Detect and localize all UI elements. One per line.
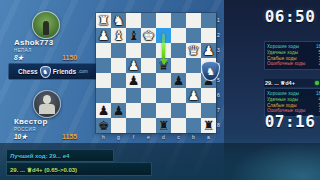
square-c5[interactable]: ♟	[171, 73, 186, 88]
top-player-move-stats: Хорошие ходы18 Удачные ходы5 Слабые ходы…	[264, 41, 320, 70]
last-move-line: 29. ... ♕d4+	[264, 79, 320, 87]
square-h3[interactable]	[96, 43, 111, 58]
square-f8[interactable]	[126, 118, 141, 133]
square-d1[interactable]	[156, 13, 171, 28]
white-queen-b3: ♛	[186, 43, 201, 58]
square-g2[interactable]: ♝	[111, 28, 126, 43]
logo-text-left: Chess	[18, 68, 38, 75]
square-d6[interactable]	[156, 88, 171, 103]
square-e1[interactable]	[141, 13, 156, 28]
top-player-clock: 06:50	[262, 7, 318, 26]
logo-text-right: Friends	[53, 68, 76, 75]
last-move-text: 29. ... ♕d4+	[265, 80, 295, 86]
corner-glow	[230, 140, 320, 180]
best-move-text: Лучший ход: 29... e4	[10, 153, 69, 159]
square-g7[interactable]: ♟	[111, 103, 126, 118]
square-f4[interactable]: ♟	[126, 58, 141, 73]
square-e8[interactable]	[141, 118, 156, 133]
bottom-player-avatar[interactable]	[33, 90, 61, 118]
white-king-e2: ♚	[141, 28, 156, 43]
white-rook-h1: ♜	[96, 13, 111, 28]
square-a8[interactable]: ♜	[201, 118, 216, 133]
square-g5[interactable]	[111, 73, 126, 88]
square-f5[interactable]: ♟	[126, 73, 141, 88]
square-g1[interactable]: ♞	[111, 13, 126, 28]
logo-suffix: .com	[78, 69, 88, 74]
square-b3[interactable]: ♛	[186, 43, 201, 58]
square-h8[interactable]: ♚	[96, 118, 111, 133]
white-bishop-g2: ♝	[111, 28, 126, 43]
file-label-e: e	[141, 134, 156, 141]
square-c6[interactable]	[171, 88, 186, 103]
file-label-c: c	[171, 134, 186, 141]
eval-change-text: 29. ... ♕d4+ (0.65->0.03)	[10, 166, 77, 173]
square-h1[interactable]: ♜	[96, 13, 111, 28]
move-quality-dot	[315, 81, 319, 85]
chess-board[interactable]: ♜♞♟♝♝♚♛♟♟♛♟♟♟♟♟♟♚♜♜	[96, 13, 216, 133]
square-c3[interactable]	[171, 43, 186, 58]
square-a3[interactable]: ♟	[201, 43, 216, 58]
square-e5[interactable]	[141, 73, 156, 88]
white-pawn-a3: ♟	[201, 43, 216, 58]
chessfriends-logo-banner[interactable]: Chess ♞ Friends .com	[8, 63, 98, 80]
white-pawn-f4: ♟	[126, 58, 141, 73]
top-player-name: Ashok773	[14, 38, 53, 47]
top-player-country: НЕПАЛ	[14, 48, 32, 53]
rank-label-8: 8	[217, 118, 225, 133]
square-a2[interactable]	[201, 28, 216, 43]
square-h4[interactable]	[96, 58, 111, 73]
bottom-player-country: РОССИЯ	[14, 127, 36, 132]
square-b5[interactable]	[186, 73, 201, 88]
file-label-d: d	[156, 134, 171, 141]
square-e2[interactable]: ♚	[141, 28, 156, 43]
square-g4[interactable]	[111, 58, 126, 73]
file-label-f: f	[126, 134, 141, 141]
file-label-g: g	[111, 134, 126, 141]
black-pawn-f5: ♟	[126, 73, 141, 88]
eval-change-bar: 29. ... ♕d4+ (0.65->0.03)	[6, 162, 152, 176]
square-d7[interactable]	[156, 103, 171, 118]
square-e3[interactable]	[141, 43, 156, 58]
file-labels: hgfedcba	[96, 134, 216, 141]
top-player-stars: 8★	[14, 54, 23, 62]
square-e7[interactable]	[141, 103, 156, 118]
white-knight-g1: ♞	[111, 13, 126, 28]
white-pawn-b6: ♟	[186, 88, 201, 103]
black-pawn-g7: ♟	[111, 103, 126, 118]
square-e4[interactable]	[141, 58, 156, 73]
square-c4[interactable]	[171, 58, 186, 73]
square-h2[interactable]: ♟	[96, 28, 111, 43]
square-a1[interactable]	[201, 13, 216, 28]
top-player-rating: 1150	[62, 54, 77, 61]
square-g6[interactable]	[111, 88, 126, 103]
square-b4[interactable]	[186, 58, 201, 73]
rank-label-7: 7	[217, 103, 225, 118]
move-arrow-head	[160, 59, 168, 65]
square-c2[interactable]	[171, 28, 186, 43]
move-arrow-shaft	[162, 33, 165, 59]
file-label-b: b	[186, 134, 201, 141]
white-pawn-h2: ♟	[96, 28, 111, 43]
top-player-avatar[interactable]	[32, 11, 60, 39]
square-f7[interactable]	[126, 103, 141, 118]
black-pawn-c5: ♟	[171, 73, 186, 88]
square-b6[interactable]: ♟	[186, 88, 201, 103]
square-a7[interactable]	[201, 103, 216, 118]
square-f2[interactable]: ♝	[126, 28, 141, 43]
square-d8[interactable]: ♜	[156, 118, 171, 133]
square-c7[interactable]	[171, 103, 186, 118]
black-bishop-f2: ♝	[126, 28, 141, 43]
shield-icon: ♞	[40, 66, 51, 78]
avatar-figure	[43, 21, 49, 35]
square-b7[interactable]	[186, 103, 201, 118]
square-b2[interactable]	[186, 28, 201, 43]
square-c8[interactable]	[171, 118, 186, 133]
square-f1[interactable]	[126, 13, 141, 28]
bottom-player-rating: 1155	[62, 133, 77, 140]
rank-label-6: 6	[217, 88, 225, 103]
square-b1[interactable]	[186, 13, 201, 28]
black-pawn-h7: ♟	[96, 103, 111, 118]
game-screen: Ashok773 НЕПАЛ 8★ 1150 Chess ♞ Friends .…	[0, 0, 320, 180]
file-label-a: a	[201, 134, 216, 141]
square-a6[interactable]	[201, 88, 216, 103]
square-f6[interactable]	[126, 88, 141, 103]
square-c1[interactable]	[171, 13, 186, 28]
stat-label: Ошибочные ходы	[267, 61, 305, 67]
square-d5[interactable]	[156, 73, 171, 88]
square-g8[interactable]	[111, 118, 126, 133]
rank-label-2: 2	[217, 28, 225, 43]
black-rook-a8: ♜	[201, 118, 216, 133]
bottom-player-name: Квестор	[14, 117, 47, 126]
square-h5[interactable]	[96, 73, 111, 88]
rank-label-3: 3	[217, 43, 225, 58]
square-b8[interactable]	[186, 118, 201, 133]
rank-label-1: 1	[217, 13, 225, 28]
file-label-h: h	[96, 134, 111, 141]
black-king-h8: ♚	[96, 118, 111, 133]
avatar-bust-shoulders	[39, 104, 55, 114]
avatar-bust-head	[43, 95, 51, 104]
bottom-player-stars: 10★	[14, 133, 27, 141]
square-e6[interactable]	[141, 88, 156, 103]
black-rook-d8: ♜	[156, 118, 171, 133]
bottom-player-clock: 07:16	[262, 112, 318, 131]
square-h7[interactable]: ♟	[96, 103, 111, 118]
square-h6[interactable]	[96, 88, 111, 103]
square-g3[interactable]	[111, 43, 126, 58]
square-f3[interactable]	[126, 43, 141, 58]
best-move-bar: Лучший ход: 29... e4	[6, 149, 114, 162]
